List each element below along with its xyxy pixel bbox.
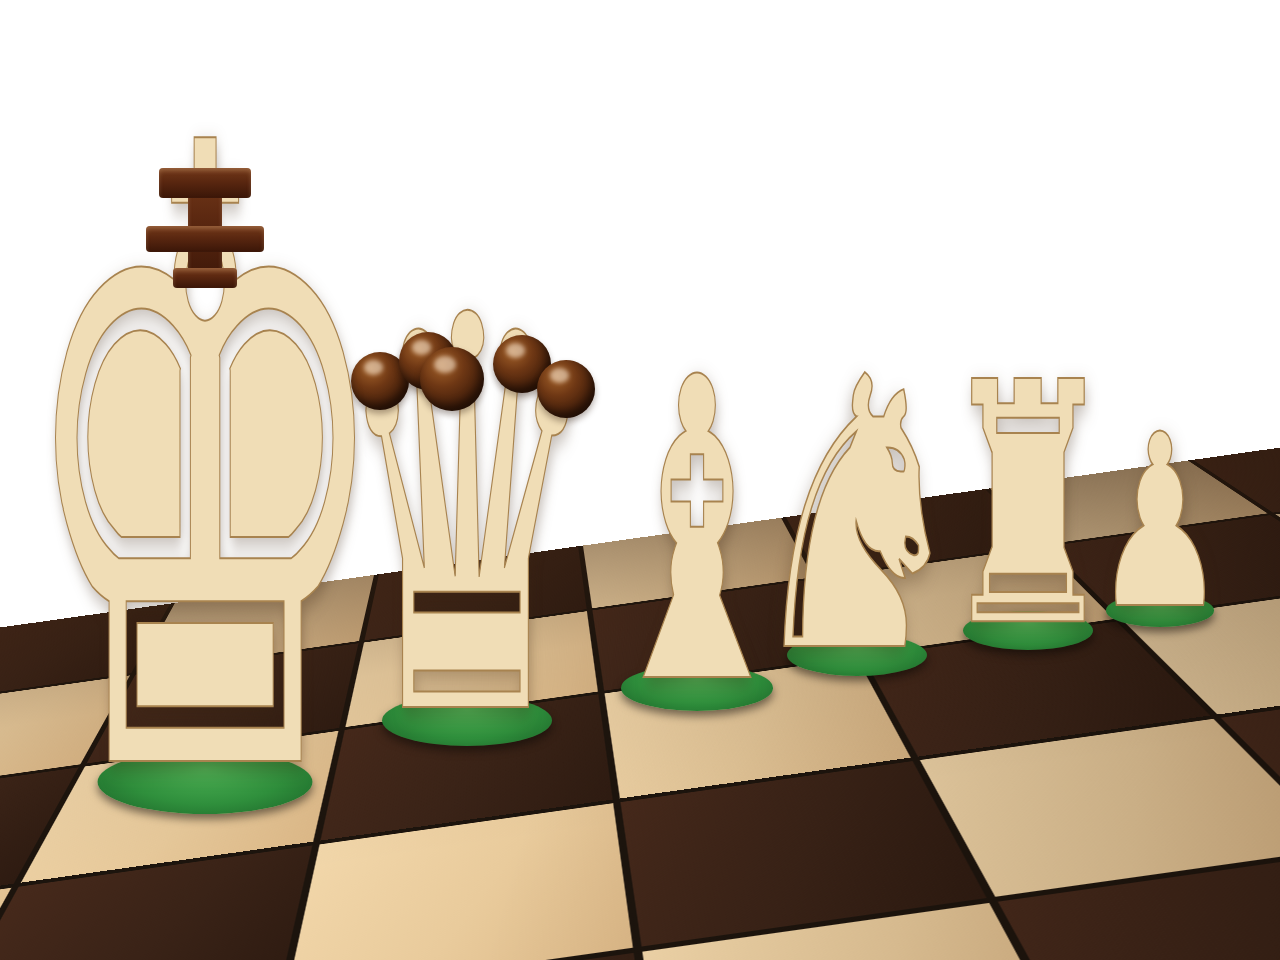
queen-crown-ball	[537, 360, 595, 418]
chess-photo-stage: ♚♛♝♞♜♟	[0, 0, 1280, 960]
white-bishop-piece[interactable]: ♝	[594, 377, 800, 690]
queen-crown-ball	[420, 347, 484, 411]
white-king-piece[interactable]: ♚	[14, 145, 397, 786]
